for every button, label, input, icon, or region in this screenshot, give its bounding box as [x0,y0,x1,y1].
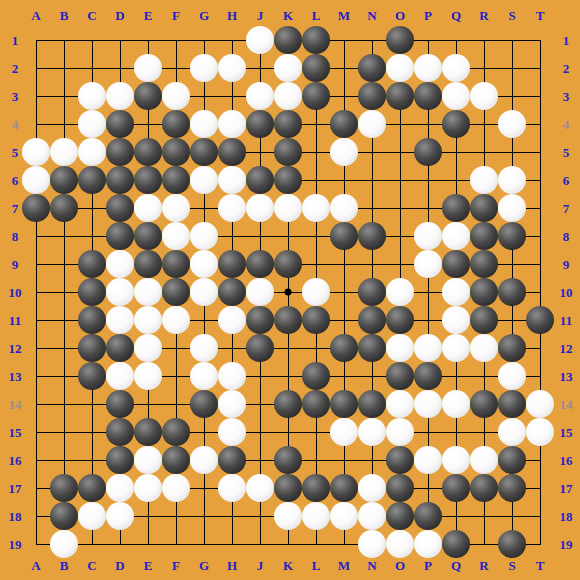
row-label-right-17: 17 [560,482,573,495]
column-label-bottom-p: P [424,559,432,572]
row-label-right-1: 1 [563,34,570,47]
black-stone-d16[interactable] [106,446,134,474]
black-stone-b7[interactable] [50,194,78,222]
black-stone-s10[interactable] [498,278,526,306]
white-stone-p14[interactable] [414,390,442,418]
black-stone-n14[interactable] [358,390,386,418]
white-stone-h4[interactable] [218,110,246,138]
black-stone-o3[interactable] [386,82,414,110]
black-stone-k14[interactable] [274,390,302,418]
white-stone-m18[interactable] [330,502,358,530]
white-stone-o12[interactable] [386,334,414,362]
column-label-top-p: P [424,9,432,22]
black-stone-a7[interactable] [22,194,50,222]
white-stone-l18[interactable] [302,502,330,530]
white-stone-r6[interactable] [470,166,498,194]
black-stone-s19[interactable] [498,530,526,558]
black-stone-k16[interactable] [274,446,302,474]
white-stone-d17[interactable] [106,474,134,502]
column-label-bottom-k: K [283,559,293,572]
column-label-bottom-d: D [115,559,124,572]
black-stone-e6[interactable] [134,166,162,194]
black-stone-h10[interactable] [218,278,246,306]
column-label-top-n: N [367,9,376,22]
black-stone-e5[interactable] [134,138,162,166]
black-stone-l17[interactable] [302,474,330,502]
black-stone-g5[interactable] [190,138,218,166]
black-stone-r17[interactable] [470,474,498,502]
white-stone-j3[interactable] [246,82,274,110]
black-stone-k6[interactable] [274,166,302,194]
column-label-top-l: L [312,9,321,22]
white-stone-e16[interactable] [134,446,162,474]
white-stone-j7[interactable] [246,194,274,222]
white-stone-e17[interactable] [134,474,162,502]
black-stone-k5[interactable] [274,138,302,166]
column-label-top-m: M [338,9,350,22]
row-label-left-10: 10 [9,286,22,299]
white-stone-q3[interactable] [442,82,470,110]
white-stone-n4[interactable] [358,110,386,138]
black-stone-n10[interactable] [358,278,386,306]
black-stone-f10[interactable] [162,278,190,306]
column-label-bottom-f: F [172,559,180,572]
black-stone-o11[interactable] [386,306,414,334]
grid-line-vertical [36,40,37,545]
row-label-right-9: 9 [563,258,570,271]
white-stone-b19[interactable] [50,530,78,558]
column-label-bottom-c: C [87,559,96,572]
white-stone-r16[interactable] [470,446,498,474]
black-stone-q7[interactable] [442,194,470,222]
white-stone-n15[interactable] [358,418,386,446]
black-stone-k4[interactable] [274,110,302,138]
black-stone-r14[interactable] [470,390,498,418]
column-label-top-s: S [508,9,515,22]
column-label-top-e: E [144,9,153,22]
white-stone-f3[interactable] [162,82,190,110]
black-stone-h16[interactable] [218,446,246,474]
black-stone-m4[interactable] [330,110,358,138]
black-stone-e3[interactable] [134,82,162,110]
row-label-left-7: 7 [12,202,19,215]
white-stone-g2[interactable] [190,54,218,82]
row-label-left-19: 19 [9,538,22,551]
white-stone-h13[interactable] [218,362,246,390]
row-label-left-5: 5 [12,146,19,159]
row-label-left-8: 8 [12,230,19,243]
black-stone-d7[interactable] [106,194,134,222]
black-stone-p13[interactable] [414,362,442,390]
black-stone-o17[interactable] [386,474,414,502]
black-stone-o16[interactable] [386,446,414,474]
white-stone-p2[interactable] [414,54,442,82]
white-stone-d18[interactable] [106,502,134,530]
black-stone-n3[interactable] [358,82,386,110]
grid-line-vertical [540,40,541,545]
black-stone-d5[interactable] [106,138,134,166]
black-stone-r10[interactable] [470,278,498,306]
row-label-right-19: 19 [560,538,573,551]
white-stone-e12[interactable] [134,334,162,362]
white-stone-e10[interactable] [134,278,162,306]
white-stone-h2[interactable] [218,54,246,82]
white-stone-q11[interactable] [442,306,470,334]
black-stone-d15[interactable] [106,418,134,446]
white-stone-h7[interactable] [218,194,246,222]
column-label-top-d: D [115,9,124,22]
column-label-top-c: C [87,9,96,22]
black-stone-q17[interactable] [442,474,470,502]
row-label-right-4: 4 [563,118,570,131]
white-stone-s13[interactable] [498,362,526,390]
white-stone-e11[interactable] [134,306,162,334]
black-stone-f6[interactable] [162,166,190,194]
white-stone-h11[interactable] [218,306,246,334]
column-label-top-f: F [172,9,180,22]
white-stone-a5[interactable] [22,138,50,166]
black-stone-b17[interactable] [50,474,78,502]
black-stone-s14[interactable] [498,390,526,418]
row-label-right-5: 5 [563,146,570,159]
black-stone-l13[interactable] [302,362,330,390]
column-label-top-r: R [479,9,488,22]
black-stone-b18[interactable] [50,502,78,530]
black-stone-l14[interactable] [302,390,330,418]
black-stone-c6[interactable] [78,166,106,194]
black-stone-j11[interactable] [246,306,274,334]
black-stone-j4[interactable] [246,110,274,138]
white-stone-h6[interactable] [218,166,246,194]
white-stone-h17[interactable] [218,474,246,502]
row-label-left-15: 15 [9,426,22,439]
white-stone-c5[interactable] [78,138,106,166]
black-stone-e15[interactable] [134,418,162,446]
white-stone-r3[interactable] [470,82,498,110]
row-label-left-16: 16 [9,454,22,467]
white-stone-o2[interactable] [386,54,414,82]
white-stone-g10[interactable] [190,278,218,306]
white-stone-h14[interactable] [218,390,246,418]
column-label-top-q: Q [451,9,461,22]
row-label-left-17: 17 [9,482,22,495]
column-label-bottom-q: Q [451,559,461,572]
black-stone-f15[interactable] [162,418,190,446]
black-stone-s8[interactable] [498,222,526,250]
white-stone-k2[interactable] [274,54,302,82]
black-stone-p18[interactable] [414,502,442,530]
white-stone-p19[interactable] [414,530,442,558]
black-stone-d12[interactable] [106,334,134,362]
row-label-right-2: 2 [563,62,570,75]
white-stone-d13[interactable] [106,362,134,390]
black-stone-k1[interactable] [274,26,302,54]
black-stone-r9[interactable] [470,250,498,278]
black-stone-l2[interactable] [302,54,330,82]
black-stone-n12[interactable] [358,334,386,362]
white-stone-m7[interactable] [330,194,358,222]
row-label-left-14: 14 [9,398,22,411]
white-stone-j17[interactable] [246,474,274,502]
black-stone-o18[interactable] [386,502,414,530]
white-stone-q14[interactable] [442,390,470,418]
black-stone-q19[interactable] [442,530,470,558]
row-label-right-6: 6 [563,174,570,187]
black-stone-m14[interactable] [330,390,358,418]
black-stone-p5[interactable] [414,138,442,166]
row-label-left-4: 4 [12,118,19,131]
black-stone-d4[interactable] [106,110,134,138]
column-label-top-g: G [199,9,209,22]
white-stone-p16[interactable] [414,446,442,474]
row-label-left-12: 12 [9,342,22,355]
white-stone-s15[interactable] [498,418,526,446]
column-label-bottom-g: G [199,559,209,572]
black-stone-r11[interactable] [470,306,498,334]
go-board[interactable]: AABBCCDDEEFFGGHHJJKKLLMMNNOOPPQQRRSSTT11… [0,0,580,580]
white-stone-d11[interactable] [106,306,134,334]
row-label-right-10: 10 [560,286,573,299]
black-stone-c17[interactable] [78,474,106,502]
black-stone-b6[interactable] [50,166,78,194]
black-stone-s12[interactable] [498,334,526,362]
black-stone-l3[interactable] [302,82,330,110]
white-stone-l7[interactable] [302,194,330,222]
row-label-left-6: 6 [12,174,19,187]
white-stone-c3[interactable] [78,82,106,110]
white-stone-g6[interactable] [190,166,218,194]
white-stone-s6[interactable] [498,166,526,194]
black-stone-j12[interactable] [246,334,274,362]
column-label-bottom-n: N [367,559,376,572]
row-label-right-12: 12 [560,342,573,355]
column-label-bottom-h: H [227,559,237,572]
black-stone-t11[interactable] [526,306,554,334]
white-stone-o19[interactable] [386,530,414,558]
white-stone-n17[interactable] [358,474,386,502]
row-label-left-13: 13 [9,370,22,383]
black-stone-n11[interactable] [358,306,386,334]
white-stone-s4[interactable] [498,110,526,138]
column-label-bottom-o: O [395,559,405,572]
column-label-bottom-s: S [508,559,515,572]
white-stone-a6[interactable] [22,166,50,194]
column-label-top-j: J [257,9,264,22]
white-stone-k18[interactable] [274,502,302,530]
white-stone-k7[interactable] [274,194,302,222]
black-stone-d14[interactable] [106,390,134,418]
row-label-right-8: 8 [563,230,570,243]
black-stone-m17[interactable] [330,474,358,502]
row-label-right-14: 14 [560,398,573,411]
white-stone-j1[interactable] [246,26,274,54]
black-stone-d6[interactable] [106,166,134,194]
star-point-k10 [285,289,292,296]
black-stone-n2[interactable] [358,54,386,82]
column-label-top-k: K [283,9,293,22]
row-label-right-18: 18 [560,510,573,523]
white-stone-p9[interactable] [414,250,442,278]
black-stone-j6[interactable] [246,166,274,194]
white-stone-g12[interactable] [190,334,218,362]
black-stone-c12[interactable] [78,334,106,362]
white-stone-f7[interactable] [162,194,190,222]
black-stone-c11[interactable] [78,306,106,334]
white-stone-f17[interactable] [162,474,190,502]
white-stone-o14[interactable] [386,390,414,418]
black-stone-s17[interactable] [498,474,526,502]
row-label-right-13: 13 [560,370,573,383]
column-label-top-b: B [60,9,69,22]
black-stone-j9[interactable] [246,250,274,278]
white-stone-g13[interactable] [190,362,218,390]
row-label-left-11: 11 [9,314,21,327]
black-stone-r8[interactable] [470,222,498,250]
white-stone-e13[interactable] [134,362,162,390]
white-stone-k3[interactable] [274,82,302,110]
white-stone-g8[interactable] [190,222,218,250]
black-stone-s16[interactable] [498,446,526,474]
column-label-top-t: T [536,9,545,22]
white-stone-j10[interactable] [246,278,274,306]
column-label-bottom-t: T [536,559,545,572]
grid-line-vertical [64,40,65,545]
white-stone-g4[interactable] [190,110,218,138]
white-stone-c4[interactable] [78,110,106,138]
white-stone-f8[interactable] [162,222,190,250]
column-label-bottom-m: M [338,559,350,572]
black-stone-m8[interactable] [330,222,358,250]
white-stone-e2[interactable] [134,54,162,82]
white-stone-p8[interactable] [414,222,442,250]
white-stone-q12[interactable] [442,334,470,362]
row-label-right-11: 11 [560,314,572,327]
black-stone-h9[interactable] [218,250,246,278]
white-stone-m5[interactable] [330,138,358,166]
white-stone-f11[interactable] [162,306,190,334]
black-stone-f5[interactable] [162,138,190,166]
white-stone-s7[interactable] [498,194,526,222]
white-stone-p12[interactable] [414,334,442,362]
column-label-bottom-e: E [144,559,153,572]
row-label-left-2: 2 [12,62,19,75]
black-stone-k9[interactable] [274,250,302,278]
white-stone-g16[interactable] [190,446,218,474]
black-stone-c9[interactable] [78,250,106,278]
white-stone-q8[interactable] [442,222,470,250]
white-stone-d9[interactable] [106,250,134,278]
row-label-left-9: 9 [12,258,19,271]
white-stone-o10[interactable] [386,278,414,306]
white-stone-b5[interactable] [50,138,78,166]
black-stone-q4[interactable] [442,110,470,138]
black-stone-r7[interactable] [470,194,498,222]
black-stone-p3[interactable] [414,82,442,110]
row-label-right-15: 15 [560,426,573,439]
column-label-bottom-j: J [257,559,264,572]
black-stone-m12[interactable] [330,334,358,362]
white-stone-q10[interactable] [442,278,470,306]
white-stone-t15[interactable] [526,418,554,446]
black-stone-h5[interactable] [218,138,246,166]
column-label-top-a: A [31,9,40,22]
black-stone-l1[interactable] [302,26,330,54]
white-stone-d10[interactable] [106,278,134,306]
white-stone-q2[interactable] [442,54,470,82]
black-stone-d8[interactable] [106,222,134,250]
row-label-right-16: 16 [560,454,573,467]
white-stone-l10[interactable] [302,278,330,306]
black-stone-e8[interactable] [134,222,162,250]
black-stone-c13[interactable] [78,362,106,390]
white-stone-h15[interactable] [218,418,246,446]
column-label-top-h: H [227,9,237,22]
column-label-bottom-b: B [60,559,69,572]
black-stone-l11[interactable] [302,306,330,334]
black-stone-f4[interactable] [162,110,190,138]
black-stone-g14[interactable] [190,390,218,418]
row-label-right-3: 3 [563,90,570,103]
row-label-left-1: 1 [12,34,19,47]
column-label-bottom-a: A [31,559,40,572]
white-stone-c18[interactable] [78,502,106,530]
white-stone-o15[interactable] [386,418,414,446]
black-stone-n8[interactable] [358,222,386,250]
white-stone-q16[interactable] [442,446,470,474]
white-stone-e7[interactable] [134,194,162,222]
white-stone-d3[interactable] [106,82,134,110]
white-stone-t14[interactable] [526,390,554,418]
black-stone-f9[interactable] [162,250,190,278]
black-stone-k17[interactable] [274,474,302,502]
white-stone-m15[interactable] [330,418,358,446]
white-stone-n18[interactable] [358,502,386,530]
black-stone-o13[interactable] [386,362,414,390]
column-label-bottom-r: R [479,559,488,572]
white-stone-n19[interactable] [358,530,386,558]
black-stone-o1[interactable] [386,26,414,54]
row-label-left-3: 3 [12,90,19,103]
black-stone-e9[interactable] [134,250,162,278]
column-label-bottom-l: L [312,559,321,572]
black-stone-c10[interactable] [78,278,106,306]
black-stone-f16[interactable] [162,446,190,474]
white-stone-g9[interactable] [190,250,218,278]
row-label-left-18: 18 [9,510,22,523]
row-label-right-7: 7 [563,202,570,215]
white-stone-r12[interactable] [470,334,498,362]
column-label-top-o: O [395,9,405,22]
black-stone-k11[interactable] [274,306,302,334]
black-stone-q9[interactable] [442,250,470,278]
